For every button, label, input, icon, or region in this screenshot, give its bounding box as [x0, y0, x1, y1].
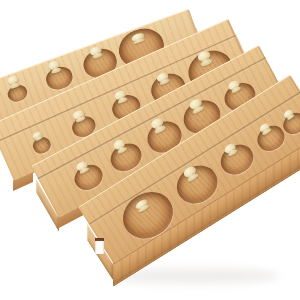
socket-block4-pos3: [215, 138, 259, 180]
product-photo: [0, 0, 300, 300]
block4-foot-notch: [95, 238, 104, 254]
